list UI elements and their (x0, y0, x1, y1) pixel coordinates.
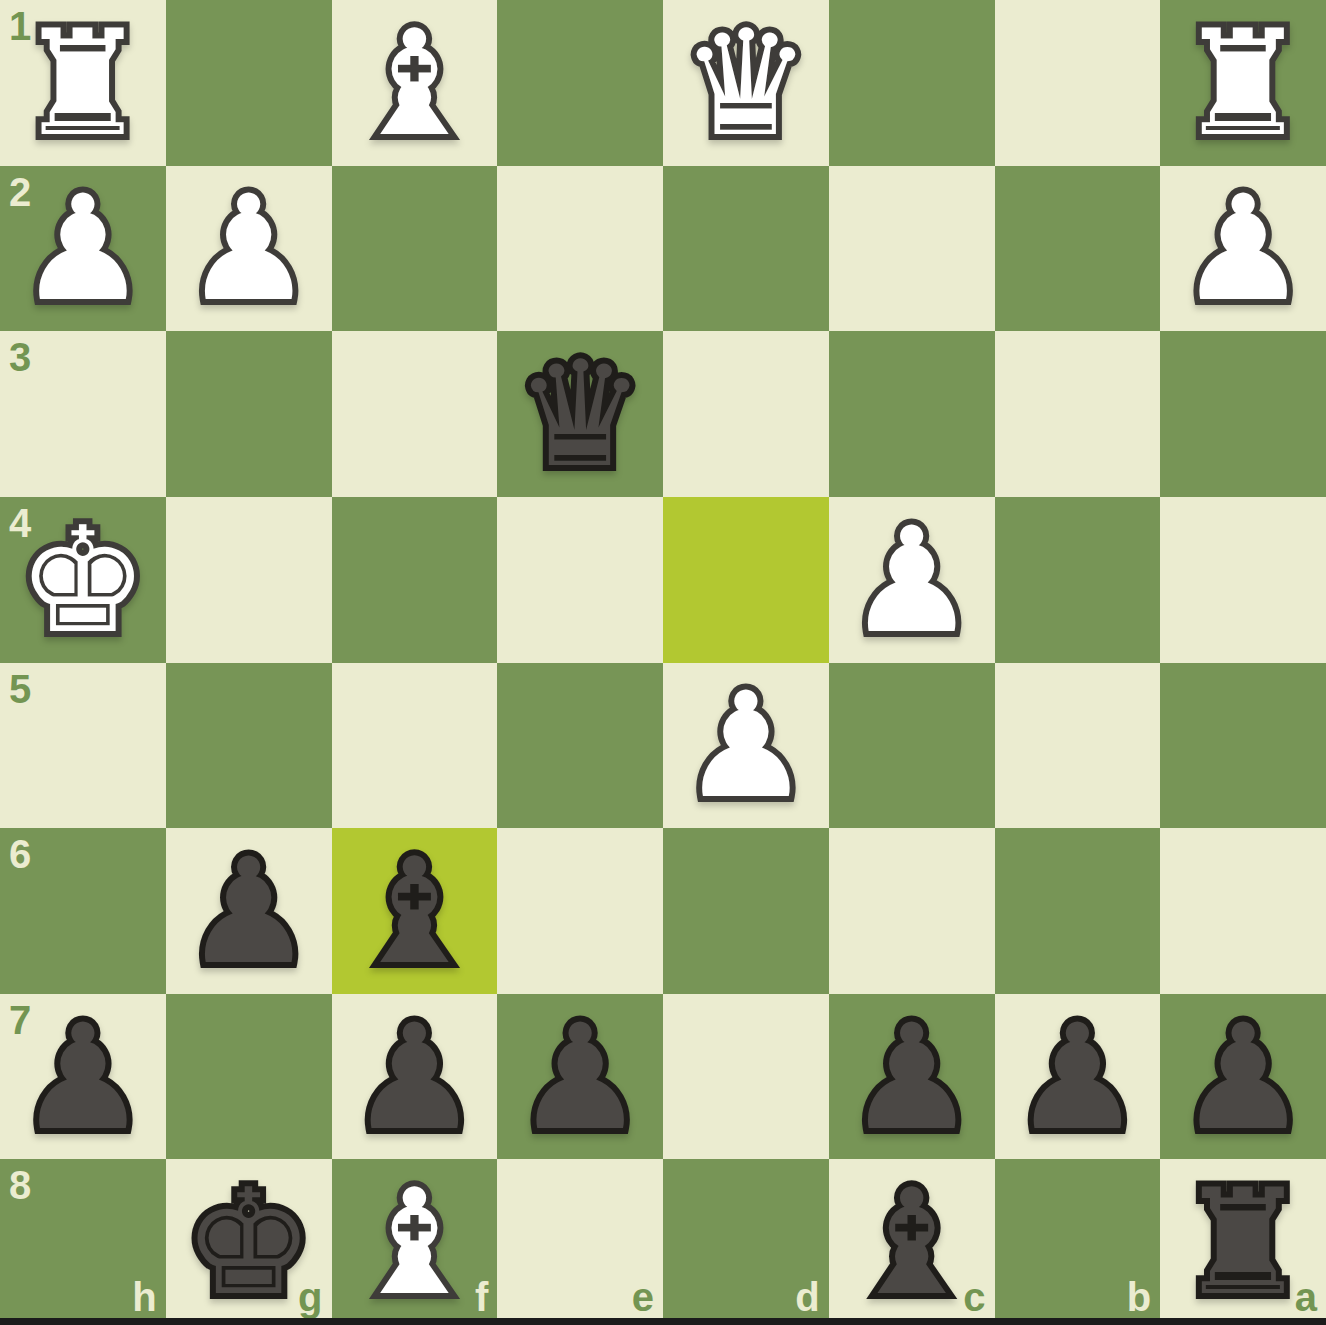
square-b8[interactable]: b (995, 1159, 1161, 1325)
pawn-icon: ♟ (680, 672, 811, 818)
bottom-edge-bar (0, 1318, 1326, 1325)
square-f8[interactable]: f♝ (332, 1159, 498, 1325)
square-f3[interactable] (332, 331, 498, 497)
square-g3[interactable] (166, 331, 332, 497)
square-h5[interactable]: 5 (0, 663, 166, 829)
pawn-icon: ♟ (17, 1004, 148, 1150)
pawn-icon: ♟ (1178, 175, 1309, 321)
pawn-icon: ♟ (183, 175, 314, 321)
square-d8[interactable]: d (663, 1159, 829, 1325)
square-b7[interactable]: ♟ (995, 994, 1161, 1160)
square-c3[interactable] (829, 331, 995, 497)
rank-label-6: 6 (9, 834, 31, 874)
bishop-icon: ♝ (846, 1169, 977, 1315)
square-e4[interactable] (497, 497, 663, 663)
pawn-icon: ♟ (846, 1004, 977, 1150)
square-h3[interactable]: 3 (0, 331, 166, 497)
white-pawn-c4[interactable]: ♟ (829, 497, 995, 663)
square-b3[interactable] (995, 331, 1161, 497)
file-label-d: d (795, 1277, 819, 1317)
square-c5[interactable] (829, 663, 995, 829)
square-a2[interactable]: ♟ (1160, 166, 1326, 332)
square-g2[interactable]: ♟ (166, 166, 332, 332)
bishop-icon: ♝ (349, 1169, 480, 1315)
square-c4[interactable]: ♟ (829, 497, 995, 663)
square-a7[interactable]: ♟ (1160, 994, 1326, 1160)
black-pawn-e7[interactable]: ♟ (497, 994, 663, 1160)
chess-board: 1♜♝♛♜2♟♟♟3♛4♚♟5♟6♟♝7♟♟♟♟♟♟8hg♚f♝edc♝ba♜ (0, 0, 1326, 1325)
square-d2[interactable] (663, 166, 829, 332)
black-bishop-f6[interactable]: ♝ (332, 828, 498, 994)
square-a6[interactable] (1160, 828, 1326, 994)
square-c6[interactable] (829, 828, 995, 994)
square-b1[interactable] (995, 0, 1161, 166)
square-h1[interactable]: 1♜ (0, 0, 166, 166)
square-h4[interactable]: 4♚ (0, 497, 166, 663)
white-pawn-a2[interactable]: ♟ (1160, 166, 1326, 332)
white-pawn-g2[interactable]: ♟ (166, 166, 332, 332)
square-e5[interactable] (497, 663, 663, 829)
square-f6[interactable]: ♝ (332, 828, 498, 994)
rank-label-5: 5 (9, 669, 31, 709)
square-b2[interactable] (995, 166, 1161, 332)
square-f7[interactable]: ♟ (332, 994, 498, 1160)
square-a5[interactable] (1160, 663, 1326, 829)
square-f1[interactable]: ♝ (332, 0, 498, 166)
white-pawn-h2[interactable]: ♟ (0, 166, 166, 332)
square-e3[interactable]: ♛ (497, 331, 663, 497)
file-label-h: h (132, 1277, 156, 1317)
pawn-icon: ♟ (1178, 1004, 1309, 1150)
square-b5[interactable] (995, 663, 1161, 829)
square-c8[interactable]: c♝ (829, 1159, 995, 1325)
square-d3[interactable] (663, 331, 829, 497)
black-pawn-a7[interactable]: ♟ (1160, 994, 1326, 1160)
square-d1[interactable]: ♛ (663, 0, 829, 166)
square-g4[interactable] (166, 497, 332, 663)
black-queen-e3[interactable]: ♛ (497, 331, 663, 497)
white-rook-a1[interactable]: ♜ (1160, 0, 1326, 166)
square-c7[interactable]: ♟ (829, 994, 995, 1160)
square-f2[interactable] (332, 166, 498, 332)
square-f5[interactable] (332, 663, 498, 829)
king-icon: ♚ (183, 1169, 314, 1315)
white-rook-h1[interactable]: ♜ (0, 0, 166, 166)
square-e7[interactable]: ♟ (497, 994, 663, 1160)
white-pawn-d5[interactable]: ♟ (663, 663, 829, 829)
pawn-icon: ♟ (17, 175, 148, 321)
black-pawn-b7[interactable]: ♟ (995, 994, 1161, 1160)
black-king-g8[interactable]: ♚ (166, 1159, 332, 1325)
square-a8[interactable]: a♜ (1160, 1159, 1326, 1325)
square-g7[interactable] (166, 994, 332, 1160)
rook-icon: ♜ (1178, 10, 1309, 156)
rook-icon: ♜ (17, 10, 148, 156)
queen-icon: ♛ (680, 10, 811, 156)
black-bishop-c8[interactable]: ♝ (829, 1159, 995, 1325)
square-f4[interactable] (332, 497, 498, 663)
square-e2[interactable] (497, 166, 663, 332)
square-c2[interactable] (829, 166, 995, 332)
square-g6[interactable]: ♟ (166, 828, 332, 994)
square-h6[interactable]: 6 (0, 828, 166, 994)
square-g1[interactable] (166, 0, 332, 166)
white-queen-d1[interactable]: ♛ (663, 0, 829, 166)
square-a3[interactable] (1160, 331, 1326, 497)
pawn-icon: ♟ (349, 1004, 480, 1150)
square-d7[interactable] (663, 994, 829, 1160)
white-bishop-f1[interactable]: ♝ (332, 0, 498, 166)
square-c1[interactable] (829, 0, 995, 166)
pawn-icon: ♟ (515, 1004, 646, 1150)
square-g5[interactable] (166, 663, 332, 829)
pawn-icon: ♟ (846, 507, 977, 653)
square-d6[interactable] (663, 828, 829, 994)
black-pawn-h7[interactable]: ♟ (0, 994, 166, 1160)
black-pawn-c7[interactable]: ♟ (829, 994, 995, 1160)
square-b6[interactable] (995, 828, 1161, 994)
pawn-icon: ♟ (1012, 1004, 1143, 1150)
square-h2[interactable]: 2♟ (0, 166, 166, 332)
bishop-icon: ♝ (349, 838, 480, 984)
queen-icon: ♛ (515, 341, 646, 487)
square-e8[interactable]: e (497, 1159, 663, 1325)
rook-icon: ♜ (1178, 1169, 1309, 1315)
square-g8[interactable]: g♚ (166, 1159, 332, 1325)
chessboard-screenshot: 1♜♝♛♜2♟♟♟3♛4♚♟5♟6♟♝7♟♟♟♟♟♟8hg♚f♝edc♝ba♜ (0, 0, 1326, 1325)
black-pawn-f7[interactable]: ♟ (332, 994, 498, 1160)
black-pawn-g6[interactable]: ♟ (166, 828, 332, 994)
white-king-h4[interactable]: ♚ (0, 497, 166, 663)
square-h7[interactable]: 7♟ (0, 994, 166, 1160)
square-d5[interactable]: ♟ (663, 663, 829, 829)
black-rook-a8[interactable]: ♜ (1160, 1159, 1326, 1325)
square-d4[interactable] (663, 497, 829, 663)
square-a1[interactable]: ♜ (1160, 0, 1326, 166)
rank-label-8: 8 (9, 1165, 31, 1205)
square-a4[interactable] (1160, 497, 1326, 663)
square-e1[interactable] (497, 0, 663, 166)
square-e6[interactable] (497, 828, 663, 994)
bishop-icon: ♝ (349, 10, 480, 156)
square-b4[interactable] (995, 497, 1161, 663)
white-bishop-f8[interactable]: ♝ (332, 1159, 498, 1325)
pawn-icon: ♟ (183, 838, 314, 984)
king-icon: ♚ (17, 507, 148, 653)
square-h8[interactable]: 8h (0, 1159, 166, 1325)
file-label-b: b (1127, 1277, 1151, 1317)
rank-label-3: 3 (9, 337, 31, 377)
file-label-e: e (632, 1277, 654, 1317)
